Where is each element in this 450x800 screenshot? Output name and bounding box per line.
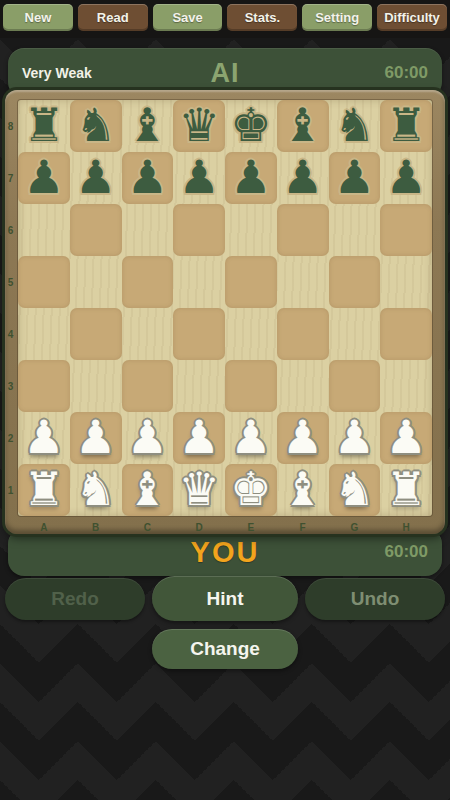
white-pawn[interactable]: ♟ (179, 414, 220, 460)
white-pawn[interactable]: ♟ (127, 414, 168, 460)
square-e7[interactable]: ♟ (225, 152, 277, 204)
square-h8[interactable]: ♜ (380, 100, 432, 152)
white-rook[interactable]: ♜ (386, 466, 427, 512)
white-pawn[interactable]: ♟ (282, 414, 323, 460)
square-h4[interactable] (380, 308, 432, 360)
ai-name-label: AI (8, 58, 442, 89)
white-pawn[interactable]: ♟ (386, 414, 427, 460)
square-c1[interactable]: ♝ (122, 464, 174, 516)
white-queen[interactable]: ♛ (179, 466, 220, 512)
hint-button[interactable]: Hint (152, 576, 298, 621)
app-screen: New Read Save Stats. Setting Difficulty … (0, 0, 450, 800)
black-king[interactable]: ♚ (230, 102, 271, 148)
black-pawn[interactable]: ♟ (334, 154, 375, 200)
you-clock: 60:00 (385, 542, 428, 562)
difficulty-button[interactable]: Difficulty (377, 4, 447, 31)
square-f7[interactable]: ♟ (277, 152, 329, 204)
file-label-d: D (173, 521, 225, 534)
square-e4[interactable] (225, 308, 277, 360)
rank-label-4: 4 (6, 308, 15, 360)
file-label-g: G (329, 521, 381, 534)
square-f3[interactable] (277, 360, 329, 412)
square-a8[interactable]: ♜ (18, 100, 70, 152)
top-toolbar: New Read Save Stats. Setting Difficulty (0, 0, 450, 38)
square-b1[interactable]: ♞ (70, 464, 122, 516)
black-pawn[interactable]: ♟ (386, 154, 427, 200)
square-c2[interactable]: ♟ (122, 412, 174, 464)
square-c7[interactable]: ♟ (122, 152, 174, 204)
square-g2[interactable]: ♟ (329, 412, 381, 464)
square-c5[interactable] (122, 256, 174, 308)
square-g8[interactable]: ♞ (329, 100, 381, 152)
square-d4[interactable] (173, 308, 225, 360)
square-b5[interactable] (70, 256, 122, 308)
square-h5[interactable] (380, 256, 432, 308)
square-f5[interactable] (277, 256, 329, 308)
square-h1[interactable]: ♜ (380, 464, 432, 516)
square-f1[interactable]: ♝ (277, 464, 329, 516)
rank-label-2: 2 (6, 412, 15, 464)
read-button[interactable]: Read (78, 4, 148, 31)
square-b2[interactable]: ♟ (70, 412, 122, 464)
chess-board: ♜♞♝♛♚♝♞♜♟♟♟♟♟♟♟♟♟♟♟♟♟♟♟♟♜♞♝♛♚♝♞♜ (5, 90, 445, 534)
black-queen[interactable]: ♛ (179, 102, 220, 148)
black-rook[interactable]: ♜ (386, 102, 427, 148)
square-g6[interactable] (329, 204, 381, 256)
setting-button[interactable]: Setting (302, 4, 372, 31)
square-b7[interactable]: ♟ (70, 152, 122, 204)
square-h7[interactable]: ♟ (380, 152, 432, 204)
square-c6[interactable] (122, 204, 174, 256)
square-b8[interactable]: ♞ (70, 100, 122, 152)
square-d3[interactable] (173, 360, 225, 412)
square-a5[interactable] (18, 256, 70, 308)
square-a2[interactable]: ♟ (18, 412, 70, 464)
square-a7[interactable]: ♟ (18, 152, 70, 204)
square-b3[interactable] (70, 360, 122, 412)
square-c4[interactable] (122, 308, 174, 360)
square-e1[interactable]: ♚ (225, 464, 277, 516)
black-pawn[interactable]: ♟ (75, 154, 116, 200)
square-d2[interactable]: ♟ (173, 412, 225, 464)
file-label-c: C (122, 521, 174, 534)
you-player-bar: YOU 60:00 (8, 528, 442, 576)
square-a3[interactable] (18, 360, 70, 412)
stats-button[interactable]: Stats. (227, 4, 297, 31)
square-e8[interactable]: ♚ (225, 100, 277, 152)
white-knight[interactable]: ♞ (334, 466, 375, 512)
rank-labels: 87654321 (6, 100, 15, 516)
white-rook[interactable]: ♜ (23, 466, 64, 512)
white-pawn[interactable]: ♟ (75, 414, 116, 460)
rank-label-3: 3 (6, 360, 15, 412)
square-a6[interactable] (18, 204, 70, 256)
square-e2[interactable]: ♟ (225, 412, 277, 464)
rank-label-7: 7 (6, 152, 15, 204)
square-d5[interactable] (173, 256, 225, 308)
square-f6[interactable] (277, 204, 329, 256)
white-bishop[interactable]: ♝ (127, 466, 168, 512)
square-f4[interactable] (277, 308, 329, 360)
square-b6[interactable] (70, 204, 122, 256)
square-f8[interactable]: ♝ (277, 100, 329, 152)
redo-button[interactable]: Redo (5, 578, 145, 620)
black-pawn[interactable]: ♟ (127, 154, 168, 200)
black-knight[interactable]: ♞ (75, 102, 116, 148)
square-g3[interactable] (329, 360, 381, 412)
square-d8[interactable]: ♛ (173, 100, 225, 152)
white-king[interactable]: ♚ (230, 466, 271, 512)
square-c8[interactable]: ♝ (122, 100, 174, 152)
square-c3[interactable] (122, 360, 174, 412)
black-pawn[interactable]: ♟ (230, 154, 271, 200)
square-g7[interactable]: ♟ (329, 152, 381, 204)
white-bishop[interactable]: ♝ (282, 466, 323, 512)
new-button[interactable]: New (3, 4, 73, 31)
black-pawn[interactable]: ♟ (282, 154, 323, 200)
file-label-h: H (380, 521, 432, 534)
black-rook[interactable]: ♜ (23, 102, 64, 148)
rank-label-8: 8 (6, 100, 15, 152)
square-b4[interactable] (70, 308, 122, 360)
square-d7[interactable]: ♟ (173, 152, 225, 204)
black-pawn[interactable]: ♟ (179, 154, 220, 200)
undo-button[interactable]: Undo (305, 578, 445, 620)
square-g4[interactable] (329, 308, 381, 360)
black-pawn[interactable]: ♟ (23, 154, 64, 200)
square-f2[interactable]: ♟ (277, 412, 329, 464)
square-g1[interactable]: ♞ (329, 464, 381, 516)
file-labels: ABCDEFGH (18, 521, 432, 534)
white-pawn[interactable]: ♟ (334, 414, 375, 460)
black-knight[interactable]: ♞ (334, 102, 375, 148)
change-button[interactable]: Change (152, 629, 298, 669)
rank-label-6: 6 (6, 204, 15, 256)
black-bishop[interactable]: ♝ (127, 102, 168, 148)
square-e6[interactable] (225, 204, 277, 256)
rank-label-5: 5 (6, 256, 15, 308)
file-label-b: B (70, 521, 122, 534)
save-button[interactable]: Save (153, 4, 223, 31)
square-g5[interactable] (329, 256, 381, 308)
square-d1[interactable]: ♛ (173, 464, 225, 516)
board-grid: ♜♞♝♛♚♝♞♜♟♟♟♟♟♟♟♟♟♟♟♟♟♟♟♟♜♞♝♛♚♝♞♜ (18, 100, 432, 516)
black-bishop[interactable]: ♝ (282, 102, 323, 148)
square-h3[interactable] (380, 360, 432, 412)
ai-clock: 60:00 (385, 63, 428, 83)
white-knight[interactable]: ♞ (75, 466, 116, 512)
square-d6[interactable] (173, 204, 225, 256)
square-h2[interactable]: ♟ (380, 412, 432, 464)
square-h6[interactable] (380, 204, 432, 256)
file-label-e: E (225, 521, 277, 534)
white-pawn[interactable]: ♟ (230, 414, 271, 460)
square-a1[interactable]: ♜ (18, 464, 70, 516)
file-label-a: A (18, 521, 70, 534)
square-e3[interactable] (225, 360, 277, 412)
white-pawn[interactable]: ♟ (23, 414, 64, 460)
square-e5[interactable] (225, 256, 277, 308)
square-a4[interactable] (18, 308, 70, 360)
you-name-label: YOU (8, 536, 442, 569)
file-label-f: F (277, 521, 329, 534)
rank-label-1: 1 (6, 464, 15, 516)
